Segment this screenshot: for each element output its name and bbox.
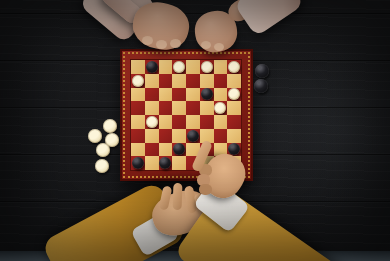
checker-black[interactable] bbox=[187, 130, 199, 142]
square-r2c1[interactable] bbox=[131, 74, 145, 88]
square-r5c7[interactable] bbox=[214, 115, 228, 129]
square-r5c2[interactable] bbox=[145, 115, 159, 129]
square-r2c8[interactable] bbox=[227, 74, 241, 88]
square-r4c4[interactable] bbox=[172, 101, 186, 115]
knuckle bbox=[142, 36, 153, 45]
square-r5c1[interactable] bbox=[131, 115, 145, 129]
checker-white[interactable] bbox=[214, 102, 226, 114]
knuckle bbox=[156, 40, 167, 49]
square-r2c5[interactable] bbox=[186, 74, 200, 88]
square-r5c6[interactable] bbox=[200, 115, 214, 129]
square-r1c1[interactable] bbox=[131, 60, 145, 74]
square-r2c2[interactable] bbox=[145, 74, 159, 88]
checker-white[interactable] bbox=[146, 116, 158, 128]
checker-white-offboard[interactable] bbox=[88, 129, 102, 143]
square-r6c4[interactable] bbox=[172, 129, 186, 143]
square-r1c6[interactable] bbox=[200, 60, 214, 74]
knuckle bbox=[201, 41, 211, 49]
square-r4c8[interactable] bbox=[227, 101, 241, 115]
square-r2c6[interactable] bbox=[200, 74, 214, 88]
checker-black[interactable] bbox=[159, 157, 171, 169]
square-r3c1[interactable] bbox=[131, 88, 145, 102]
checker-black[interactable] bbox=[201, 88, 213, 100]
checker-black[interactable] bbox=[146, 61, 158, 73]
checker-black-offboard[interactable] bbox=[255, 64, 269, 78]
square-r8c2[interactable] bbox=[145, 156, 159, 170]
square-r6c1[interactable] bbox=[131, 129, 145, 143]
square-r4c5[interactable] bbox=[186, 101, 200, 115]
square-r7c1[interactable] bbox=[131, 143, 145, 157]
square-r3c3[interactable] bbox=[159, 88, 173, 102]
top-right-sleeve bbox=[234, 0, 304, 37]
square-r3c8[interactable] bbox=[227, 88, 241, 102]
checker-white[interactable] bbox=[201, 61, 213, 73]
knuckle bbox=[214, 43, 224, 51]
square-r5c5[interactable] bbox=[186, 115, 200, 129]
square-r4c7[interactable] bbox=[214, 101, 228, 115]
checker-black-offboard[interactable] bbox=[254, 79, 268, 93]
square-r3c6[interactable] bbox=[200, 88, 214, 102]
finger bbox=[173, 183, 183, 210]
square-r1c8[interactable] bbox=[227, 60, 241, 74]
checker-white-offboard[interactable] bbox=[95, 159, 109, 173]
square-r4c6[interactable] bbox=[200, 101, 214, 115]
square-r2c3[interactable] bbox=[159, 74, 173, 88]
square-r6c8[interactable] bbox=[227, 129, 241, 143]
checker-white[interactable] bbox=[228, 61, 240, 73]
square-r4c1[interactable] bbox=[131, 101, 145, 115]
square-r5c8[interactable] bbox=[227, 115, 241, 129]
square-r6c3[interactable] bbox=[159, 129, 173, 143]
square-r4c3[interactable] bbox=[159, 101, 173, 115]
square-r6c7[interactable] bbox=[214, 129, 228, 143]
square-r3c7[interactable] bbox=[214, 88, 228, 102]
checker-black[interactable] bbox=[132, 157, 144, 169]
square-r8c1[interactable] bbox=[131, 156, 145, 170]
square-r8c3[interactable] bbox=[159, 156, 173, 170]
square-r1c4[interactable] bbox=[172, 60, 186, 74]
square-r5c4[interactable] bbox=[172, 115, 186, 129]
photo-scene bbox=[0, 0, 390, 261]
square-r6c5[interactable] bbox=[186, 129, 200, 143]
square-r1c7[interactable] bbox=[214, 60, 228, 74]
square-r5c3[interactable] bbox=[159, 115, 173, 129]
square-r1c2[interactable] bbox=[145, 60, 159, 74]
square-r2c7[interactable] bbox=[214, 74, 228, 88]
square-r2c4[interactable] bbox=[172, 74, 186, 88]
square-r3c4[interactable] bbox=[172, 88, 186, 102]
table-plank-seam bbox=[0, 13, 390, 15]
knuckle bbox=[170, 39, 181, 48]
checker-black[interactable] bbox=[173, 143, 185, 155]
checker-white-offboard[interactable] bbox=[103, 119, 117, 133]
checker-white-offboard[interactable] bbox=[96, 143, 110, 157]
curled-finger bbox=[199, 184, 212, 195]
square-r6c2[interactable] bbox=[145, 129, 159, 143]
checker-white[interactable] bbox=[173, 61, 185, 73]
square-r7c3[interactable] bbox=[159, 143, 173, 157]
square-r1c3[interactable] bbox=[159, 60, 173, 74]
checker-white[interactable] bbox=[228, 88, 240, 100]
square-r4c2[interactable] bbox=[145, 101, 159, 115]
square-r3c5[interactable] bbox=[186, 88, 200, 102]
checker-white[interactable] bbox=[132, 75, 144, 87]
square-r7c4[interactable] bbox=[172, 143, 186, 157]
square-r1c5[interactable] bbox=[186, 60, 200, 74]
square-r8c4[interactable] bbox=[172, 156, 186, 170]
square-r3c2[interactable] bbox=[145, 88, 159, 102]
square-r7c2[interactable] bbox=[145, 143, 159, 157]
